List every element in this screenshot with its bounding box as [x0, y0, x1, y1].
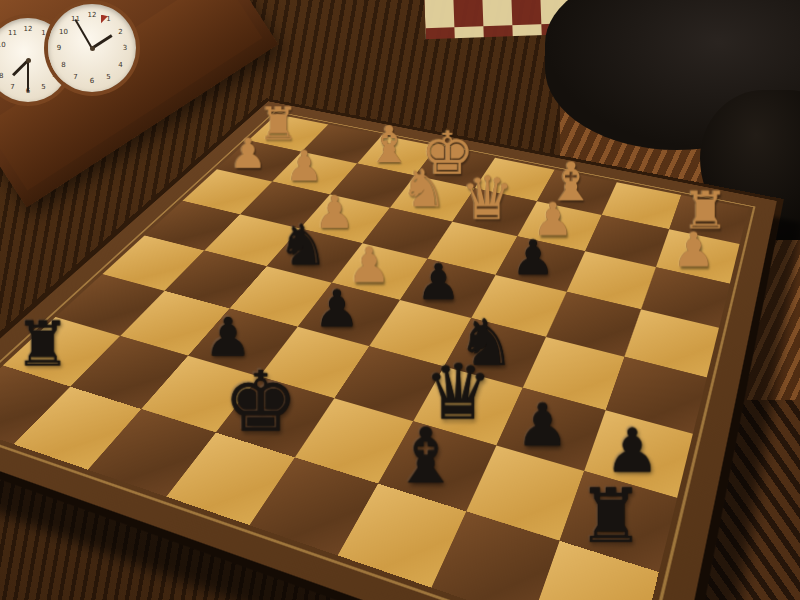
square-e5[interactable]: ♟ — [298, 283, 400, 346]
white-queen-d2[interactable]: ♛ — [450, 169, 524, 229]
white-pawn-g2[interactable]: ♟ — [269, 146, 339, 188]
clock-numeral: 9 — [0, 56, 2, 64]
black-rook-a7[interactable]: ♜ — [557, 478, 666, 553]
chess-board: ♜♝♚♝♜♟♟♞♛♟♟♟♟♞♟♟♟♞♟♛♟♟♜♚♝♜ — [0, 101, 777, 600]
black-pawn-b6[interactable]: ♟ — [493, 396, 592, 455]
board-scene: ♜♝♚♝♜♟♟♞♛♟♟♟♟♞♟♟♟♞♟♛♟♟♜♚♝♜ — [30, 0, 770, 600]
black-king-e7[interactable]: ♚ — [212, 360, 309, 443]
black-rook-h7[interactable]: ♜ — [0, 313, 88, 375]
clock-numeral: 8 — [0, 72, 6, 80]
black-pawn-e5[interactable]: ♟ — [294, 284, 380, 336]
black-pawn-c3[interactable]: ♟ — [493, 234, 573, 282]
clock-numeral: 7 — [8, 83, 18, 91]
square-b3[interactable] — [567, 251, 656, 309]
clock-numeral: 10 — [0, 41, 6, 49]
black-pawn-d4[interactable]: ♟ — [397, 258, 480, 308]
clock-numeral: 11 — [8, 29, 18, 37]
black-bishop-c7[interactable]: ♝ — [375, 418, 478, 494]
minute-hand — [27, 60, 29, 92]
white-pawn-a2[interactable]: ♟ — [654, 227, 733, 275]
